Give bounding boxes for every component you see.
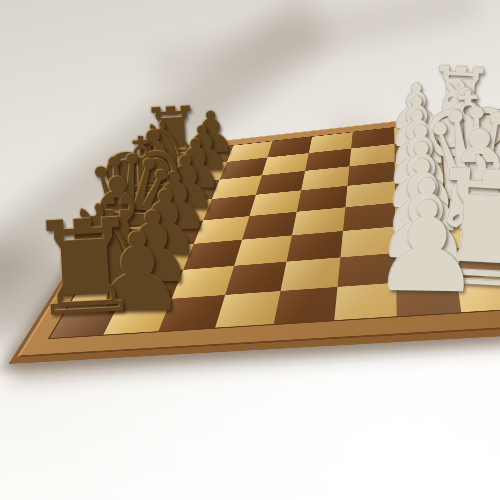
board-square[interactable] (215, 291, 280, 328)
board-square[interactable] (281, 257, 341, 291)
chess-piece-white-pawn[interactable]: ♟ (370, 183, 484, 310)
photo-scene: ♜♞♝♛♚♝♞♜♟♟♟♟♟♟♟♟♟♟♟♟♟♟♟♟♜♞♝♛♚♝♞♜ (0, 0, 500, 500)
board-square[interactable] (225, 262, 286, 295)
board-square[interactable] (274, 287, 338, 324)
chess-piece-black-rook[interactable]: ♜ (25, 201, 147, 335)
